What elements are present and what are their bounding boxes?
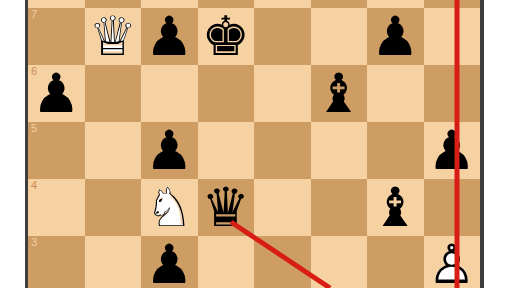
square-d5[interactable] [198, 122, 255, 179]
square-b4[interactable] [85, 179, 142, 236]
square-a6[interactable]: 6♟ [28, 65, 85, 122]
black-pawn-glyph: ♟ [367, 8, 424, 65]
square-h5[interactable]: ♟ [424, 122, 481, 179]
square-a3[interactable]: 3 [28, 236, 85, 288]
square-a7[interactable]: 7 [28, 8, 85, 65]
piece-black-pawn-c5[interactable]: ♟ [141, 122, 198, 179]
piece-white-pawn-h3[interactable]: ♟♙ [424, 236, 481, 288]
piece-black-bishop-g4[interactable]: ♝ [367, 179, 424, 236]
black-bishop-glyph: ♝ [311, 65, 368, 122]
piece-black-pawn-c3[interactable]: ♟ [141, 236, 198, 288]
piece-black-bishop-f6[interactable]: ♝ [311, 65, 368, 122]
square-h7[interactable] [424, 8, 481, 65]
square-b3[interactable] [85, 236, 142, 288]
square-f8[interactable] [311, 0, 368, 8]
piece-black-pawn-a6[interactable]: ♟ [28, 65, 85, 122]
square-c6[interactable] [141, 65, 198, 122]
square-c3[interactable]: ♟ [141, 236, 198, 288]
square-c5[interactable]: ♟ [141, 122, 198, 179]
square-f5[interactable] [311, 122, 368, 179]
square-g5[interactable] [367, 122, 424, 179]
square-h6[interactable] [424, 65, 481, 122]
square-d4[interactable]: ♛ [198, 179, 255, 236]
chess-board-screenshot: 7♛♕♟♚♟6♟♝5♟♟4♞♘♛♝3♟♟♙ [0, 0, 511, 288]
piece-black-king-d7[interactable]: ♚ [198, 8, 255, 65]
black-pawn-glyph: ♟ [141, 236, 198, 288]
square-f4[interactable] [311, 179, 368, 236]
square-a4[interactable]: 4 [28, 179, 85, 236]
square-c4[interactable]: ♞♘ [141, 179, 198, 236]
square-g4[interactable]: ♝ [367, 179, 424, 236]
square-g6[interactable] [367, 65, 424, 122]
square-d3[interactable] [198, 236, 255, 288]
square-h8[interactable] [424, 0, 481, 8]
piece-white-knight-c4[interactable]: ♞♘ [141, 179, 198, 236]
square-a5[interactable]: 5 [28, 122, 85, 179]
rank-label-4: 4 [31, 180, 37, 191]
square-b7[interactable]: ♛♕ [85, 8, 142, 65]
black-pawn-glyph: ♟ [28, 65, 85, 122]
square-d7[interactable]: ♚ [198, 8, 255, 65]
square-f3[interactable] [311, 236, 368, 288]
square-g3[interactable] [367, 236, 424, 288]
square-a8[interactable] [28, 0, 85, 8]
white-pawn-outline: ♙ [424, 236, 481, 288]
square-f7[interactable] [311, 8, 368, 65]
square-e5[interactable] [254, 122, 311, 179]
square-e3[interactable] [254, 236, 311, 288]
black-bishop-glyph: ♝ [367, 179, 424, 236]
square-e4[interactable] [254, 179, 311, 236]
rank-label-5: 5 [31, 123, 37, 134]
square-f6[interactable]: ♝ [311, 65, 368, 122]
black-king-glyph: ♚ [198, 8, 255, 65]
square-e6[interactable] [254, 65, 311, 122]
square-h4[interactable] [424, 179, 481, 236]
square-e8[interactable] [254, 0, 311, 8]
black-pawn-glyph: ♟ [141, 122, 198, 179]
square-g7[interactable]: ♟ [367, 8, 424, 65]
square-c7[interactable]: ♟ [141, 8, 198, 65]
piece-black-queen-d4[interactable]: ♛ [198, 179, 255, 236]
square-d6[interactable] [198, 65, 255, 122]
square-e7[interactable] [254, 8, 311, 65]
piece-black-pawn-c7[interactable]: ♟ [141, 8, 198, 65]
black-pawn-glyph: ♟ [141, 8, 198, 65]
rank-label-7: 7 [31, 9, 37, 20]
white-knight-outline: ♘ [141, 179, 198, 236]
board-frame: 7♛♕♟♚♟6♟♝5♟♟4♞♘♛♝3♟♟♙ [25, 0, 484, 288]
black-queen-glyph: ♛ [198, 179, 255, 236]
square-b5[interactable] [85, 122, 142, 179]
square-h3[interactable]: ♟♙ [424, 236, 481, 288]
black-pawn-glyph: ♟ [424, 122, 481, 179]
rank-label-3: 3 [31, 237, 37, 248]
board-grid: 7♛♕♟♚♟6♟♝5♟♟4♞♘♛♝3♟♟♙ [28, 0, 480, 288]
square-b6[interactable] [85, 65, 142, 122]
white-queen-outline: ♕ [85, 8, 142, 65]
piece-white-queen-b7[interactable]: ♛♕ [85, 8, 142, 65]
piece-black-pawn-h5[interactable]: ♟ [424, 122, 481, 179]
piece-black-pawn-g7[interactable]: ♟ [367, 8, 424, 65]
